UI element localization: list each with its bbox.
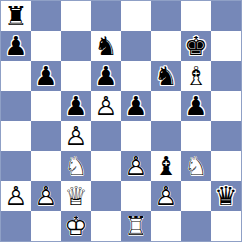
square-e7[interactable] [121,31,151,61]
piece-white-pawn[interactable]: ♟♙ [151,181,181,211]
square-c4[interactable]: ♟♙ [61,121,91,151]
square-f6[interactable]: ♞ [151,61,181,91]
square-b6[interactable]: ♟ [31,61,61,91]
square-f8[interactable] [151,1,181,31]
black-pawn-glyph: ♟ [31,61,61,91]
square-g8[interactable] [181,1,211,31]
black-pawn-glyph: ♟ [121,91,151,121]
piece-black-pawn[interactable]: ♟ [91,61,121,91]
piece-white-pawn[interactable]: ♟♙ [1,181,31,211]
square-a6[interactable] [1,61,31,91]
square-d7[interactable]: ♞ [91,31,121,61]
square-b7[interactable] [31,31,61,61]
square-a4[interactable] [1,121,31,151]
white-queen-outline-glyph: ♕ [61,181,91,211]
piece-black-pawn[interactable]: ♟ [31,61,61,91]
piece-white-knight[interactable]: ♞♘ [181,151,211,181]
piece-black-king[interactable]: ♚ [181,31,211,61]
piece-white-pawn[interactable]: ♟♙ [61,121,91,151]
square-c3[interactable]: ♞♘ [61,151,91,181]
black-pawn-glyph: ♟ [61,91,91,121]
chess-board: ♜♟♞♚♟♟♞♝♗♟♟♙♟♟♟♙♞♘♟♙♝♞♘♟♙♟♙♛♕♟♙♛♚♔♜♖ [0,0,242,242]
square-f7[interactable] [151,31,181,61]
chess-board-container: ♜♟♞♚♟♟♞♝♗♟♟♙♟♟♟♙♞♘♟♙♝♞♘♟♙♟♙♛♕♟♙♛♚♔♜♖ [0,0,242,242]
square-a3[interactable] [1,151,31,181]
square-h1[interactable] [211,211,241,241]
square-b4[interactable] [31,121,61,151]
piece-black-rook[interactable]: ♜ [1,1,31,31]
square-b8[interactable] [31,1,61,31]
piece-black-knight[interactable]: ♞ [151,61,181,91]
piece-black-queen[interactable]: ♛ [211,181,241,211]
square-a7[interactable]: ♟ [1,31,31,61]
piece-white-pawn[interactable]: ♟♙ [91,91,121,121]
square-e4[interactable] [121,121,151,151]
white-pawn-outline-glyph: ♙ [121,151,151,181]
white-pawn-outline-glyph: ♙ [1,181,31,211]
square-c1[interactable]: ♚♔ [61,211,91,241]
square-d4[interactable] [91,121,121,151]
black-pawn-glyph: ♟ [91,61,121,91]
piece-white-pawn[interactable]: ♟♙ [121,151,151,181]
piece-black-knight[interactable]: ♞ [91,31,121,61]
piece-black-pawn[interactable]: ♟ [1,31,31,61]
white-pawn-outline-glyph: ♙ [61,121,91,151]
square-a8[interactable]: ♜ [1,1,31,31]
piece-white-rook[interactable]: ♜♖ [121,211,151,241]
piece-white-king[interactable]: ♚♔ [61,211,91,241]
square-d2[interactable] [91,181,121,211]
square-g4[interactable] [181,121,211,151]
square-d1[interactable] [91,211,121,241]
square-c2[interactable]: ♛♕ [61,181,91,211]
square-h6[interactable] [211,61,241,91]
square-g6[interactable]: ♝♗ [181,61,211,91]
white-pawn-outline-glyph: ♙ [91,91,121,121]
square-g2[interactable] [181,181,211,211]
black-pawn-glyph: ♟ [181,91,211,121]
piece-white-queen[interactable]: ♛♕ [61,181,91,211]
square-b1[interactable] [31,211,61,241]
white-bishop-outline-glyph: ♗ [181,61,211,91]
black-pawn-glyph: ♟ [1,31,31,61]
piece-white-knight[interactable]: ♞♘ [61,151,91,181]
square-h8[interactable] [211,1,241,31]
piece-black-pawn[interactable]: ♟ [121,91,151,121]
square-f4[interactable] [151,121,181,151]
square-e6[interactable] [121,61,151,91]
piece-black-pawn[interactable]: ♟ [61,91,91,121]
piece-black-pawn[interactable]: ♟ [181,91,211,121]
square-c5[interactable]: ♟ [61,91,91,121]
black-knight-glyph: ♞ [91,31,121,61]
square-b5[interactable] [31,91,61,121]
square-e3[interactable]: ♟♙ [121,151,151,181]
white-pawn-outline-glyph: ♙ [151,181,181,211]
square-g1[interactable] [181,211,211,241]
square-d6[interactable]: ♟ [91,61,121,91]
white-rook-outline-glyph: ♖ [121,211,151,241]
square-f2[interactable]: ♟♙ [151,181,181,211]
square-c6[interactable] [61,61,91,91]
white-knight-outline-glyph: ♘ [61,151,91,181]
black-bishop-glyph: ♝ [151,151,181,181]
black-rook-glyph: ♜ [1,1,31,31]
square-b2[interactable]: ♟♙ [31,181,61,211]
square-d3[interactable] [91,151,121,181]
square-e5[interactable]: ♟ [121,91,151,121]
black-king-glyph: ♚ [181,31,211,61]
piece-white-bishop[interactable]: ♝♗ [181,61,211,91]
square-c8[interactable] [61,1,91,31]
square-e1[interactable]: ♜♖ [121,211,151,241]
square-e2[interactable] [121,181,151,211]
square-f1[interactable] [151,211,181,241]
square-h2[interactable]: ♛ [211,181,241,211]
square-c7[interactable] [61,31,91,61]
square-a5[interactable] [1,91,31,121]
square-h3[interactable] [211,151,241,181]
black-knight-glyph: ♞ [151,61,181,91]
square-h5[interactable] [211,91,241,121]
white-king-outline-glyph: ♔ [61,211,91,241]
square-d8[interactable] [91,1,121,31]
square-f3[interactable]: ♝ [151,151,181,181]
white-knight-outline-glyph: ♘ [181,151,211,181]
square-b3[interactable] [31,151,61,181]
square-h7[interactable] [211,31,241,61]
square-f5[interactable] [151,91,181,121]
square-g5[interactable]: ♟ [181,91,211,121]
square-g3[interactable]: ♞♘ [181,151,211,181]
square-a1[interactable] [1,211,31,241]
square-e8[interactable] [121,1,151,31]
piece-white-pawn[interactable]: ♟♙ [31,181,61,211]
black-queen-glyph: ♛ [211,181,241,211]
white-pawn-outline-glyph: ♙ [31,181,61,211]
square-a2[interactable]: ♟♙ [1,181,31,211]
piece-black-bishop[interactable]: ♝ [151,151,181,181]
square-h4[interactable] [211,121,241,151]
square-d5[interactable]: ♟♙ [91,91,121,121]
square-g7[interactable]: ♚ [181,31,211,61]
